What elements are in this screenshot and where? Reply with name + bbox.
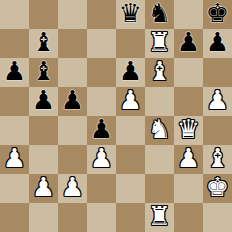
square-b4[interactable]	[29, 116, 58, 145]
square-h8[interactable]: ♚	[203, 0, 232, 29]
square-g7[interactable]: ♟	[174, 29, 203, 58]
square-h1[interactable]	[203, 203, 232, 232]
square-h7[interactable]: ♟	[203, 29, 232, 58]
chess-board: ♛♞♚♝♜♟♟♟♝♟♝♟♟♟♟♟♞♛♟♟♟♝♟♟♚♜	[0, 0, 232, 232]
square-b1[interactable]	[29, 203, 58, 232]
white-pawn-piece[interactable]: ♟	[32, 174, 55, 202]
square-h2[interactable]: ♚	[203, 174, 232, 203]
square-a5[interactable]	[0, 87, 29, 116]
square-b7[interactable]: ♝	[29, 29, 58, 58]
white-rook-piece[interactable]: ♜	[148, 203, 171, 231]
square-d7[interactable]	[87, 29, 116, 58]
square-g4[interactable]: ♛	[174, 116, 203, 145]
black-knight-piece[interactable]: ♞	[148, 0, 171, 28]
black-pawn-piece[interactable]: ♟	[177, 29, 200, 57]
square-g6[interactable]	[174, 58, 203, 87]
square-f5[interactable]	[145, 87, 174, 116]
white-king-piece[interactable]: ♚	[206, 174, 229, 202]
square-g8[interactable]	[174, 0, 203, 29]
square-d6[interactable]	[87, 58, 116, 87]
square-c2[interactable]: ♟	[58, 174, 87, 203]
square-a7[interactable]	[0, 29, 29, 58]
square-f8[interactable]: ♞	[145, 0, 174, 29]
square-g2[interactable]	[174, 174, 203, 203]
square-f1[interactable]: ♜	[145, 203, 174, 232]
square-b6[interactable]: ♝	[29, 58, 58, 87]
square-c6[interactable]	[58, 58, 87, 87]
black-pawn-piece[interactable]: ♟	[119, 58, 142, 86]
square-e5[interactable]: ♟	[116, 87, 145, 116]
square-a4[interactable]	[0, 116, 29, 145]
square-f6[interactable]: ♝	[145, 58, 174, 87]
white-pawn-piece[interactable]: ♟	[206, 87, 229, 115]
square-h4[interactable]	[203, 116, 232, 145]
black-king-piece[interactable]: ♚	[206, 0, 229, 28]
black-pawn-piece[interactable]: ♟	[3, 58, 26, 86]
square-e4[interactable]	[116, 116, 145, 145]
black-bishop-piece[interactable]: ♝	[32, 29, 55, 57]
square-d8[interactable]	[87, 0, 116, 29]
white-bishop-piece[interactable]: ♝	[148, 58, 171, 86]
white-rook-piece[interactable]: ♜	[148, 29, 171, 57]
square-d1[interactable]	[87, 203, 116, 232]
square-d4[interactable]: ♟	[87, 116, 116, 145]
white-queen-piece[interactable]: ♛	[177, 116, 200, 144]
white-pawn-piece[interactable]: ♟	[177, 145, 200, 173]
white-knight-piece[interactable]: ♞	[148, 116, 171, 144]
white-pawn-piece[interactable]: ♟	[90, 145, 113, 173]
square-e1[interactable]	[116, 203, 145, 232]
square-b2[interactable]: ♟	[29, 174, 58, 203]
square-a8[interactable]	[0, 0, 29, 29]
black-pawn-piece[interactable]: ♟	[90, 116, 113, 144]
white-pawn-piece[interactable]: ♟	[61, 174, 84, 202]
square-h3[interactable]: ♝	[203, 145, 232, 174]
square-g1[interactable]	[174, 203, 203, 232]
square-c8[interactable]	[58, 0, 87, 29]
black-pawn-piece[interactable]: ♟	[61, 87, 84, 115]
square-a6[interactable]: ♟	[0, 58, 29, 87]
square-a1[interactable]	[0, 203, 29, 232]
square-h5[interactable]: ♟	[203, 87, 232, 116]
square-d2[interactable]	[87, 174, 116, 203]
square-a2[interactable]	[0, 174, 29, 203]
square-c1[interactable]	[58, 203, 87, 232]
square-b5[interactable]: ♟	[29, 87, 58, 116]
square-b8[interactable]	[29, 0, 58, 29]
black-bishop-piece[interactable]: ♝	[32, 58, 55, 86]
square-f3[interactable]	[145, 145, 174, 174]
square-c7[interactable]	[58, 29, 87, 58]
black-queen-piece[interactable]: ♛	[119, 0, 142, 28]
square-g5[interactable]	[174, 87, 203, 116]
square-h6[interactable]	[203, 58, 232, 87]
square-f2[interactable]	[145, 174, 174, 203]
square-g3[interactable]: ♟	[174, 145, 203, 174]
square-f7[interactable]: ♜	[145, 29, 174, 58]
square-b3[interactable]	[29, 145, 58, 174]
square-e6[interactable]: ♟	[116, 58, 145, 87]
white-pawn-piece[interactable]: ♟	[119, 87, 142, 115]
square-c5[interactable]: ♟	[58, 87, 87, 116]
square-c3[interactable]	[58, 145, 87, 174]
white-bishop-piece[interactable]: ♝	[206, 145, 229, 173]
square-f4[interactable]: ♞	[145, 116, 174, 145]
black-pawn-piece[interactable]: ♟	[206, 29, 229, 57]
square-e8[interactable]: ♛	[116, 0, 145, 29]
square-c4[interactable]	[58, 116, 87, 145]
square-d3[interactable]: ♟	[87, 145, 116, 174]
square-e3[interactable]	[116, 145, 145, 174]
white-pawn-piece[interactable]: ♟	[3, 145, 26, 173]
square-a3[interactable]: ♟	[0, 145, 29, 174]
square-e7[interactable]	[116, 29, 145, 58]
square-d5[interactable]	[87, 87, 116, 116]
black-pawn-piece[interactable]: ♟	[32, 87, 55, 115]
square-e2[interactable]	[116, 174, 145, 203]
